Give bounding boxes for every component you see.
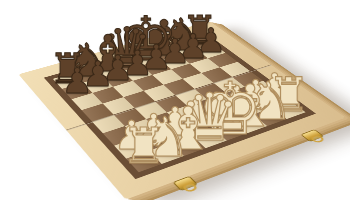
piece-white-rook[interactable]: ♜ (122, 122, 167, 172)
pieces-layer: ♜♞♝♛♚♝♞♜♟♟♟♟♟♟♟♟♟♟♟♟♟♟♟♟♜♞♝♛♚♝♞♜ (0, 0, 350, 200)
piece-black-pawn[interactable]: ♟ (62, 63, 93, 98)
product-photo: ♜♞♝♛♚♝♞♜♟♟♟♟♟♟♟♟♟♟♟♟♟♟♟♟♜♞♝♛♚♝♞♜ (0, 0, 350, 200)
